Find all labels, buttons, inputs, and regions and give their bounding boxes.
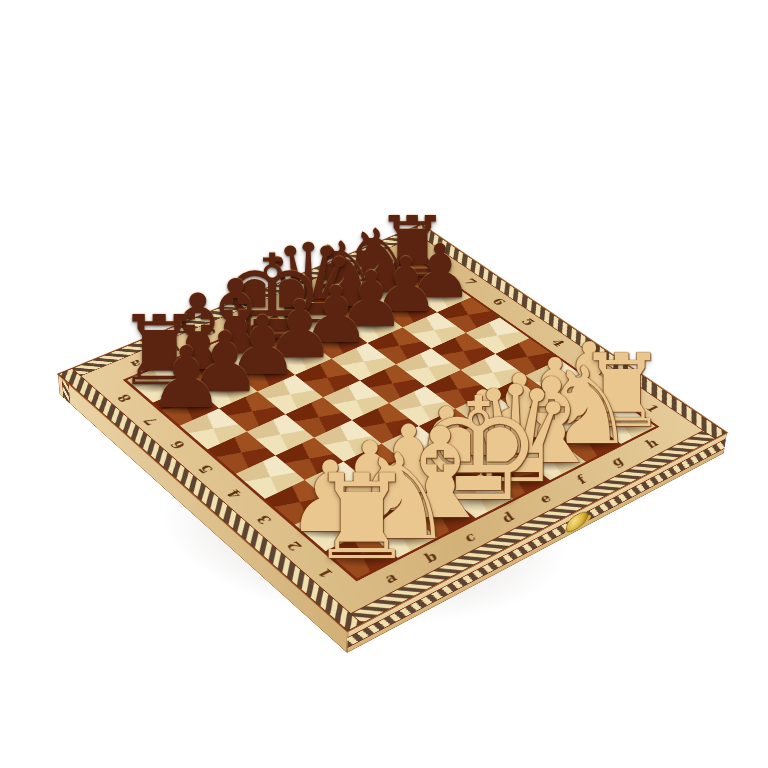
- rank-label-right-6: 6: [489, 297, 507, 307]
- rank-label-left-5: 5: [196, 463, 216, 475]
- piece-black-pawn-a7[interactable]: ♟: [148, 336, 224, 421]
- rank-label-left-4: 4: [224, 487, 245, 499]
- rank-label-right-5: 5: [518, 317, 536, 327]
- chess-set-photo: 8877665544332211aabbccddeeffgghh ♜♞♟♞♟♛♟…: [0, 0, 768, 768]
- rank-label-left-3: 3: [254, 513, 275, 526]
- piece-white-rook-a1[interactable]: ♜: [309, 459, 414, 576]
- square-a5[interactable]: [207, 432, 275, 474]
- rank-label-left-6: 6: [168, 438, 188, 450]
